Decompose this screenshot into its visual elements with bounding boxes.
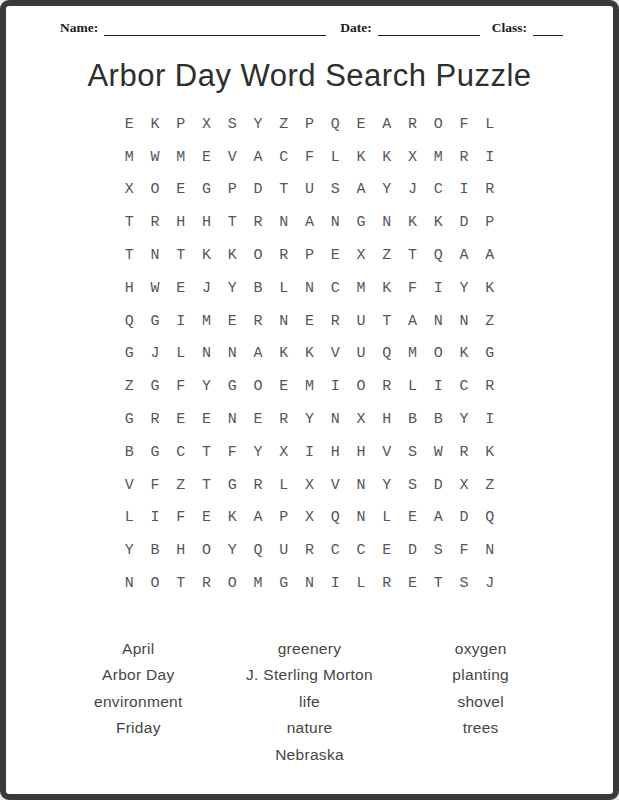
grid-cell[interactable]: E [374,534,400,567]
grid-cell[interactable]: R [297,534,323,567]
grid-cell[interactable]: K [477,272,503,305]
grid-cell[interactable]: R [271,403,297,436]
grid-cell[interactable]: N [348,469,374,502]
grid-cell[interactable]: O [142,174,168,207]
grid-cell[interactable]: Q [322,108,348,141]
grid-cell[interactable]: J [477,567,503,600]
word-list-item: planting [396,662,565,689]
grid-cell[interactable]: N [451,305,477,338]
grid-cell[interactable]: J [400,174,426,207]
grid-cell[interactable]: K [425,206,451,239]
grid-cell[interactable]: K [142,108,168,141]
grid-cell[interactable]: M [168,141,194,174]
grid-cell[interactable]: O [425,338,451,371]
worksheet-page: Name: Date: Class: Arbor Day Word Search… [0,0,619,800]
word-list-column: greeneryJ. Sterling MortonlifenatureNebr… [225,636,394,769]
grid-cell[interactable]: E [400,567,426,600]
grid-cell[interactable]: Y [451,272,477,305]
grid-cell[interactable]: E [168,174,194,207]
grid-cell[interactable]: O [142,567,168,600]
grid-cell[interactable]: L [477,108,503,141]
name-label: Name: [60,20,98,36]
grid-cell[interactable]: O [348,370,374,403]
grid-cell[interactable]: T [117,206,143,239]
grid-cell[interactable]: S [322,174,348,207]
word-list-item: Arbor Day [54,662,223,689]
grid-cell[interactable]: H [194,206,220,239]
grid-cell[interactable]: N [297,272,323,305]
grid-cell[interactable]: G [117,338,143,371]
grid-cell[interactable]: B [245,272,271,305]
grid-cell[interactable]: E [168,403,194,436]
grid-cell[interactable]: T [374,305,400,338]
grid-cell[interactable]: Q [425,239,451,272]
grid-cell[interactable]: T [194,436,220,469]
grid-cell[interactable]: T [400,239,426,272]
grid-cell[interactable]: W [425,436,451,469]
grid-cell[interactable]: N [194,338,220,371]
grid-cell[interactable]: G [219,469,245,502]
grid-cell[interactable]: F [400,272,426,305]
grid-cell[interactable]: E [194,141,220,174]
grid-cell[interactable]: K [219,502,245,535]
grid-cell[interactable]: S [219,108,245,141]
grid-cell[interactable]: D [451,206,477,239]
grid-cell[interactable]: B [400,403,426,436]
word-list-item: life [225,689,394,716]
grid-cell[interactable]: R [374,370,400,403]
grid-cell[interactable]: Y [297,403,323,436]
grid-cell[interactable]: R [194,567,220,600]
grid-cell[interactable]: M [348,272,374,305]
grid-cell[interactable]: O [194,534,220,567]
grid-cell[interactable]: H [117,272,143,305]
grid-cell[interactable]: V [322,338,348,371]
grid-cell[interactable]: N [219,338,245,371]
grid-cell[interactable]: K [374,272,400,305]
grid-cell[interactable]: R [245,469,271,502]
grid-cell[interactable]: E [400,502,426,535]
grid-cell[interactable]: N [117,567,143,600]
grid-cell[interactable]: F [168,502,194,535]
grid-cell[interactable]: O [425,108,451,141]
grid-cell[interactable]: D [451,502,477,535]
grid-cell[interactable]: C [348,534,374,567]
grid-cell[interactable]: A [348,174,374,207]
grid-cell[interactable]: I [322,370,348,403]
grid-cell[interactable]: Z [117,370,143,403]
grid-cell[interactable]: G [219,370,245,403]
word-list-item: environment [54,689,223,716]
grid-cell[interactable]: I [322,567,348,600]
grid-cell[interactable]: G [142,436,168,469]
grid-cell[interactable]: E [194,403,220,436]
grid-cell[interactable]: B [117,436,143,469]
grid-cell[interactable]: Z [477,469,503,502]
grid-cell[interactable]: A [297,206,323,239]
grid-cell[interactable]: X [194,108,220,141]
grid-cell[interactable]: E [271,370,297,403]
grid-cell[interactable]: X [400,141,426,174]
grid-cell[interactable]: Y [219,272,245,305]
grid-cell[interactable]: L [348,567,374,600]
grid-cell[interactable]: I [477,403,503,436]
grid-cell[interactable]: R [451,141,477,174]
grid-cell[interactable]: M [194,305,220,338]
grid-cell[interactable]: H [168,534,194,567]
grid-cell[interactable]: R [322,305,348,338]
grid-cell[interactable]: O [219,567,245,600]
grid-cell[interactable]: Z [168,469,194,502]
grid-cell[interactable]: P [477,206,503,239]
grid-cell[interactable]: O [245,370,271,403]
grid-cell[interactable]: I [425,272,451,305]
grid-cell[interactable]: E [168,272,194,305]
grid-cell[interactable]: G [271,567,297,600]
grid-cell[interactable]: X [271,436,297,469]
grid-cell[interactable]: T [271,174,297,207]
grid-cell[interactable]: R [142,403,168,436]
grid-cell[interactable]: A [400,305,426,338]
grid-cell[interactable]: L [400,370,426,403]
grid-cell[interactable]: Q [477,502,503,535]
grid-cell[interactable]: N [219,403,245,436]
word-list-column: AprilArbor DayenvironmentFriday [54,636,223,769]
grid-cell[interactable]: E [117,108,143,141]
grid-cell[interactable]: E [322,239,348,272]
grid-cell[interactable]: G [477,338,503,371]
grid-cell[interactable]: U [348,338,374,371]
grid-cell[interactable]: K [477,436,503,469]
grid-cell[interactable]: Y [194,370,220,403]
grid-cell[interactable]: G [142,370,168,403]
grid-cell[interactable]: F [451,534,477,567]
grid-cell[interactable]: M [117,141,143,174]
grid-cell[interactable]: U [348,305,374,338]
grid-cell[interactable]: K [271,338,297,371]
grid-cell[interactable]: X [117,174,143,207]
word-list: AprilArbor DayenvironmentFridaygreeneryJ… [54,636,565,769]
grid-cell[interactable]: H [374,403,400,436]
grid-cell[interactable]: D [245,174,271,207]
name-field-line[interactable] [104,22,326,36]
grid-cell[interactable]: L [322,141,348,174]
grid-cell[interactable]: A [425,502,451,535]
grid-cell[interactable]: R [477,174,503,207]
grid-cell[interactable]: Z [477,305,503,338]
grid-cell[interactable]: M [400,338,426,371]
grid-cell[interactable]: Y [374,174,400,207]
grid-cell[interactable]: L [168,338,194,371]
grid-cell[interactable]: F [297,141,323,174]
grid-cell[interactable]: E [219,305,245,338]
grid-cell[interactable]: J [142,338,168,371]
grid-cell[interactable]: M [245,567,271,600]
grid-cell[interactable]: E [297,305,323,338]
grid-cell[interactable]: N [322,206,348,239]
grid-cell[interactable]: I [142,502,168,535]
grid-cell[interactable]: N [271,305,297,338]
grid-cell[interactable]: Z [374,239,400,272]
grid-cell[interactable]: P [271,502,297,535]
grid-cell[interactable]: E [245,403,271,436]
grid-cell[interactable]: Y [117,534,143,567]
grid-cell[interactable]: A [245,338,271,371]
grid-cell[interactable]: M [425,141,451,174]
grid-cell[interactable]: C [425,174,451,207]
grid-cell[interactable]: C [168,436,194,469]
grid-cell[interactable]: R [451,436,477,469]
letter-grid: EKPXSYZPQEAROFLMWMEVACFLKKXMRIXOEGPDTUSA… [117,108,503,600]
grid-cell[interactable]: E [194,502,220,535]
grid-cell[interactable]: I [477,141,503,174]
grid-cell[interactable]: N [348,502,374,535]
grid-cell[interactable]: I [425,370,451,403]
word-list-column: oxygenplantingshoveltrees [396,636,565,769]
grid-cell[interactable]: X [451,469,477,502]
word-list-item: trees [396,715,565,742]
grid-cell[interactable]: K [194,239,220,272]
grid-cell[interactable]: L [117,502,143,535]
grid-cell[interactable]: L [271,272,297,305]
word-list-item: April [54,636,223,663]
grid-cell[interactable]: N [297,567,323,600]
grid-cell[interactable]: I [451,174,477,207]
grid-cell[interactable]: K [219,239,245,272]
grid-cell[interactable]: H [168,206,194,239]
grid-cell[interactable]: B [425,403,451,436]
grid-cell[interactable]: N [322,403,348,436]
page-title: Arbor Day Word Search Puzzle [6,58,613,94]
grid-cell[interactable]: R [271,239,297,272]
grid-cell[interactable]: V [117,469,143,502]
grid-cell[interactable]: F [142,469,168,502]
grid-cell[interactable]: H [348,436,374,469]
grid-cell[interactable]: Q [117,305,143,338]
grid-cell[interactable]: A [245,502,271,535]
word-list-item: nature [225,715,394,742]
grid-cell[interactable]: N [142,239,168,272]
grid-cell[interactable]: R [477,370,503,403]
word-list-item: oxygen [396,636,565,663]
word-list-item: Friday [54,715,223,742]
grid-cell[interactable]: T [425,567,451,600]
grid-cell[interactable]: U [297,174,323,207]
grid-cell[interactable]: Y [374,469,400,502]
grid-cell[interactable]: S [400,469,426,502]
grid-cell[interactable]: A [477,239,503,272]
date-field-line[interactable] [378,22,480,36]
grid-cell[interactable]: S [425,534,451,567]
grid-cell[interactable]: V [374,436,400,469]
grid-cell[interactable]: P [297,239,323,272]
grid-cell[interactable]: Q [322,502,348,535]
grid-cell[interactable]: P [219,174,245,207]
grid-cell[interactable]: F [451,108,477,141]
grid-cell[interactable]: Y [245,436,271,469]
grid-cell[interactable]: C [322,534,348,567]
grid-cell[interactable]: F [168,370,194,403]
grid-cell[interactable]: R [142,206,168,239]
grid-cell[interactable]: B [142,534,168,567]
grid-cell[interactable]: X [297,469,323,502]
grid-cell[interactable]: T [219,206,245,239]
grid-cell[interactable]: T [117,239,143,272]
grid-cell[interactable]: E [348,108,374,141]
grid-cell[interactable]: R [245,206,271,239]
word-list-item: Nebraska [225,742,394,769]
grid-cell[interactable]: V [322,469,348,502]
grid-cell[interactable]: P [297,108,323,141]
grid-cell[interactable]: D [400,534,426,567]
grid-cell[interactable]: X [297,502,323,535]
grid-cell[interactable]: C [322,272,348,305]
grid-cell[interactable]: K [374,141,400,174]
grid-cell[interactable]: X [348,403,374,436]
grid-cell[interactable]: U [271,534,297,567]
grid-cell[interactable]: V [219,141,245,174]
grid-cell[interactable]: Y [245,108,271,141]
grid-cell[interactable]: N [374,206,400,239]
class-field-line[interactable] [533,22,563,36]
grid-cell[interactable]: G [348,206,374,239]
grid-cell[interactable]: K [348,141,374,174]
grid-cell[interactable]: F [219,436,245,469]
grid-cell[interactable]: I [297,436,323,469]
header-row: Name: Date: Class: [60,20,563,36]
grid-cell[interactable]: Z [271,108,297,141]
word-list-item: shovel [396,689,565,716]
grid-cell[interactable]: K [400,206,426,239]
grid-cell[interactable]: S [400,436,426,469]
class-label: Class: [492,20,527,36]
grid-cell[interactable]: C [451,370,477,403]
grid-cell[interactable]: Q [245,534,271,567]
grid-cell[interactable]: C [271,141,297,174]
word-list-item: J. Sterling Morton [225,662,394,689]
grid-cell[interactable]: L [374,502,400,535]
grid-cell[interactable]: H [322,436,348,469]
grid-cell[interactable]: M [297,370,323,403]
grid-cell[interactable]: K [297,338,323,371]
date-label: Date: [340,20,371,36]
grid-cell[interactable]: T [168,239,194,272]
grid-cell[interactable]: R [374,567,400,600]
grid-cell[interactable]: N [425,305,451,338]
grid-cell[interactable]: G [117,403,143,436]
grid-cell[interactable]: S [451,567,477,600]
grid-cell[interactable]: K [451,338,477,371]
grid-cell[interactable]: G [142,305,168,338]
grid-cell[interactable]: O [245,239,271,272]
grid-cell[interactable]: Q [374,338,400,371]
grid-cell[interactable]: A [451,239,477,272]
grid-cell[interactable]: Y [219,534,245,567]
grid-cell[interactable]: T [194,469,220,502]
grid-cell[interactable]: R [245,305,271,338]
grid-cell[interactable]: I [168,305,194,338]
grid-cell[interactable]: J [194,272,220,305]
grid-cell[interactable]: D [425,469,451,502]
grid-cell[interactable]: A [245,141,271,174]
grid-cell[interactable]: G [194,174,220,207]
grid-cell[interactable]: P [168,108,194,141]
grid-cell[interactable]: L [271,469,297,502]
grid-cell[interactable]: W [142,141,168,174]
grid-cell[interactable]: A [374,108,400,141]
grid-cell[interactable]: N [271,206,297,239]
grid-cell[interactable]: Y [451,403,477,436]
grid-cell[interactable]: R [400,108,426,141]
grid-cell[interactable]: W [142,272,168,305]
grid-cell[interactable]: N [477,534,503,567]
grid-cell[interactable]: X [348,239,374,272]
word-list-item: greenery [225,636,394,663]
grid-cell[interactable]: T [168,567,194,600]
